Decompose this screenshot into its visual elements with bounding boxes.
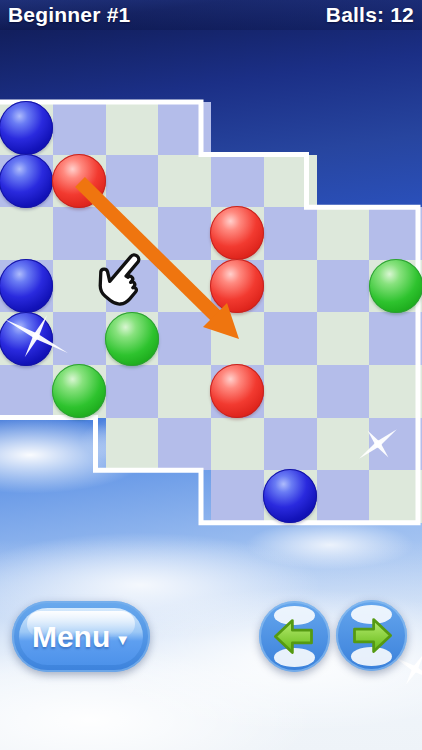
board-cell[interactable] — [317, 418, 370, 471]
ball-red[interactable] — [52, 154, 106, 208]
game-screen: Beginner #1 Balls: 12 Menu▼ — [0, 0, 422, 750]
board-cell[interactable] — [158, 155, 211, 208]
board-cell[interactable] — [158, 207, 211, 260]
ball-green[interactable] — [369, 259, 422, 313]
balls-counter: Balls: 12 — [326, 3, 414, 27]
board-cell[interactable] — [211, 418, 264, 471]
board-cell[interactable] — [369, 207, 422, 260]
board-cell[interactable] — [211, 312, 264, 365]
chevron-down-icon: ▼ — [115, 625, 130, 648]
ball-blue[interactable] — [0, 312, 53, 366]
board-cell[interactable] — [106, 365, 159, 418]
board-cell[interactable] — [158, 102, 211, 155]
board-cell[interactable] — [264, 365, 317, 418]
board-cell[interactable] — [317, 470, 370, 523]
board-cell[interactable] — [158, 365, 211, 418]
board-cell[interactable] — [106, 418, 159, 471]
next-level-button[interactable] — [336, 600, 407, 671]
board-cell[interactable] — [317, 365, 370, 418]
board-cell[interactable] — [106, 260, 159, 313]
ball-green[interactable] — [105, 312, 159, 366]
board-cell[interactable] — [53, 102, 106, 155]
board-cell[interactable] — [369, 470, 422, 523]
ball-blue[interactable] — [0, 154, 53, 208]
board-cell[interactable] — [317, 312, 370, 365]
board-cell[interactable] — [106, 207, 159, 260]
board-cell[interactable] — [158, 312, 211, 365]
previous-level-button[interactable] — [259, 601, 330, 672]
board-cell[interactable] — [317, 260, 370, 313]
board-cell[interactable] — [158, 418, 211, 471]
ball-green[interactable] — [52, 364, 106, 418]
menu-button[interactable]: Menu▼ — [12, 601, 150, 672]
board-cell[interactable] — [211, 470, 264, 523]
board-cell[interactable] — [211, 155, 264, 208]
level-title: Beginner #1 — [8, 3, 130, 27]
board-cell[interactable] — [369, 418, 422, 471]
board-cell[interactable] — [106, 155, 159, 208]
board-cell[interactable] — [264, 312, 317, 365]
board-cell[interactable] — [53, 312, 106, 365]
board-cell[interactable] — [264, 155, 317, 208]
board-cell[interactable] — [0, 207, 53, 260]
board-cell[interactable] — [369, 365, 422, 418]
left-arrow-icon — [269, 611, 320, 662]
board-cell[interactable] — [264, 418, 317, 471]
board-cell[interactable] — [53, 207, 106, 260]
board-cell[interactable] — [369, 312, 422, 365]
board-cell[interactable] — [317, 207, 370, 260]
header-bar: Beginner #1 Balls: 12 — [0, 0, 422, 30]
board-cell[interactable] — [264, 207, 317, 260]
menu-button-face: Menu▼ — [19, 608, 143, 665]
board-cell[interactable] — [53, 260, 106, 313]
right-arrow-icon — [346, 610, 397, 661]
board-cell[interactable] — [158, 260, 211, 313]
menu-button-label: Menu — [32, 620, 110, 654]
board-cell[interactable] — [264, 260, 317, 313]
board-cell[interactable] — [0, 365, 53, 418]
board-cell[interactable] — [106, 102, 159, 155]
game-board[interactable] — [0, 102, 422, 523]
